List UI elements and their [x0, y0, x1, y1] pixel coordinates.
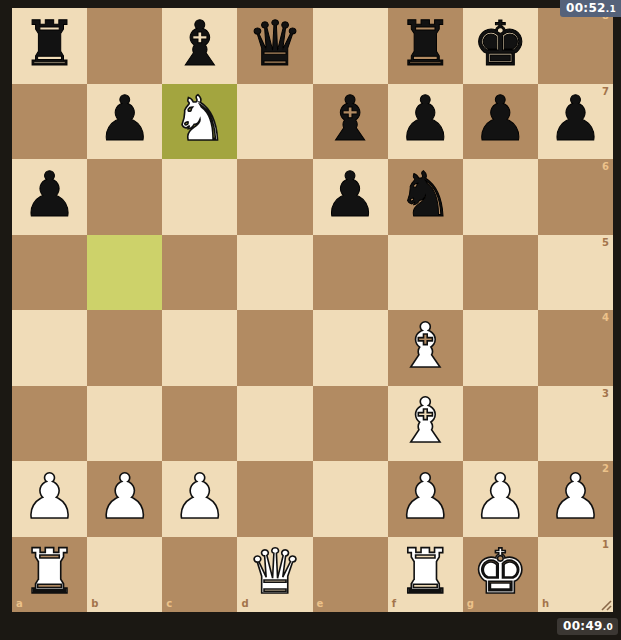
square-f8[interactable]: ♜ — [388, 8, 463, 84]
square-d8[interactable]: ♛ — [237, 8, 312, 84]
file-label-b: b — [91, 599, 98, 609]
piece-white-king[interactable]: ♚ — [473, 541, 529, 603]
square-f2[interactable]: ♟ — [388, 461, 463, 537]
square-a6[interactable]: ♟ — [12, 159, 87, 235]
square-b6[interactable] — [87, 159, 162, 235]
square-e4[interactable] — [313, 310, 388, 386]
piece-black-bishop[interactable]: ♝ — [172, 13, 228, 75]
square-b7[interactable]: ♟ — [87, 84, 162, 160]
square-d4[interactable] — [237, 310, 312, 386]
square-c7[interactable]: ♞ — [162, 84, 237, 160]
piece-white-pawn[interactable]: ♟ — [22, 466, 78, 528]
square-g3[interactable] — [463, 386, 538, 462]
square-b8[interactable] — [87, 8, 162, 84]
white-clock-time: 00:49 — [563, 619, 603, 633]
piece-white-pawn[interactable]: ♟ — [397, 466, 453, 528]
square-f5[interactable] — [388, 235, 463, 311]
piece-white-pawn[interactable]: ♟ — [172, 466, 228, 528]
square-d5[interactable] — [237, 235, 312, 311]
rank-label-6: 6 — [602, 162, 609, 172]
square-f4[interactable]: ♝ — [388, 310, 463, 386]
square-c8[interactable]: ♝ — [162, 8, 237, 84]
square-a2[interactable]: ♟ — [12, 461, 87, 537]
piece-white-rook[interactable]: ♜ — [22, 541, 78, 603]
square-c2[interactable]: ♟ — [162, 461, 237, 537]
square-e3[interactable] — [313, 386, 388, 462]
square-a8[interactable]: ♜ — [12, 8, 87, 84]
square-h5[interactable]: 5 — [538, 235, 613, 311]
piece-white-knight[interactable]: ♞ — [172, 88, 228, 150]
game-area: ♜♝♛♜♚8♟♞♝♟♟7♟♟♟♞65♝4♝3♟♟♟♟♟2♟a♜bcd♛ef♜g♚… — [0, 0, 621, 640]
file-label-c: c — [166, 599, 172, 609]
square-d3[interactable] — [237, 386, 312, 462]
piece-black-pawn[interactable]: ♟ — [22, 164, 78, 226]
square-g1[interactable]: g♚ — [463, 537, 538, 613]
square-b1[interactable]: b — [87, 537, 162, 613]
rank-label-4: 4 — [602, 313, 609, 323]
square-b3[interactable] — [87, 386, 162, 462]
piece-white-queen[interactable]: ♛ — [247, 541, 303, 603]
square-c3[interactable] — [162, 386, 237, 462]
file-label-e: e — [317, 599, 324, 609]
square-f3[interactable]: ♝ — [388, 386, 463, 462]
square-a1[interactable]: a♜ — [12, 537, 87, 613]
rank-label-1: 1 — [602, 540, 609, 550]
black-clock-time: 00:52 — [566, 1, 606, 15]
square-d7[interactable] — [237, 84, 312, 160]
square-h3[interactable]: 3 — [538, 386, 613, 462]
piece-white-bishop[interactable]: ♝ — [397, 315, 453, 377]
piece-black-rook[interactable]: ♜ — [22, 13, 78, 75]
square-b2[interactable]: ♟ — [87, 461, 162, 537]
piece-black-pawn[interactable]: ♟ — [548, 88, 604, 150]
file-label-h: h — [542, 599, 549, 609]
square-g2[interactable]: ♟ — [463, 461, 538, 537]
square-h6[interactable]: 6 — [538, 159, 613, 235]
square-g5[interactable] — [463, 235, 538, 311]
piece-black-queen[interactable]: ♛ — [247, 13, 303, 75]
square-e5[interactable] — [313, 235, 388, 311]
square-a5[interactable] — [12, 235, 87, 311]
square-f7[interactable]: ♟ — [388, 84, 463, 160]
piece-white-pawn[interactable]: ♟ — [97, 466, 153, 528]
square-h7[interactable]: 7♟ — [538, 84, 613, 160]
square-f6[interactable]: ♞ — [388, 159, 463, 235]
square-h2[interactable]: 2♟ — [538, 461, 613, 537]
piece-black-bishop[interactable]: ♝ — [322, 88, 378, 150]
square-g7[interactable]: ♟ — [463, 84, 538, 160]
square-b4[interactable] — [87, 310, 162, 386]
square-g4[interactable] — [463, 310, 538, 386]
square-h8[interactable]: 8 — [538, 8, 613, 84]
square-g6[interactable] — [463, 159, 538, 235]
square-e7[interactable]: ♝ — [313, 84, 388, 160]
piece-black-pawn[interactable]: ♟ — [322, 164, 378, 226]
square-a7[interactable] — [12, 84, 87, 160]
chess-board[interactable]: ♜♝♛♜♚8♟♞♝♟♟7♟♟♟♞65♝4♝3♟♟♟♟♟2♟a♜bcd♛ef♜g♚… — [12, 8, 613, 612]
square-c1[interactable]: c — [162, 537, 237, 613]
square-d2[interactable] — [237, 461, 312, 537]
square-d6[interactable] — [237, 159, 312, 235]
black-clock-tenths: .1 — [606, 4, 616, 14]
square-a4[interactable] — [12, 310, 87, 386]
piece-white-bishop[interactable]: ♝ — [397, 390, 453, 452]
square-e1[interactable]: e — [313, 537, 388, 613]
piece-black-pawn[interactable]: ♟ — [397, 88, 453, 150]
piece-black-pawn[interactable]: ♟ — [473, 88, 529, 150]
resize-handle-icon[interactable] — [598, 597, 612, 611]
square-c6[interactable] — [162, 159, 237, 235]
square-b5[interactable] — [87, 235, 162, 311]
square-d1[interactable]: d♛ — [237, 537, 312, 613]
square-e2[interactable] — [313, 461, 388, 537]
piece-black-knight[interactable]: ♞ — [397, 164, 453, 226]
rank-label-5: 5 — [602, 238, 609, 248]
piece-black-king[interactable]: ♚ — [473, 13, 529, 75]
piece-white-rook[interactable]: ♜ — [397, 541, 453, 603]
black-clock: 00:52.1 — [560, 0, 621, 17]
square-h4[interactable]: 4 — [538, 310, 613, 386]
square-c4[interactable] — [162, 310, 237, 386]
square-e8[interactable] — [313, 8, 388, 84]
square-a3[interactable] — [12, 386, 87, 462]
square-g8[interactable]: ♚ — [463, 8, 538, 84]
piece-white-pawn[interactable]: ♟ — [473, 466, 529, 528]
piece-white-pawn[interactable]: ♟ — [548, 466, 604, 528]
rank-label-3: 3 — [602, 389, 609, 399]
square-f1[interactable]: f♜ — [388, 537, 463, 613]
piece-black-pawn[interactable]: ♟ — [97, 88, 153, 150]
piece-black-rook[interactable]: ♜ — [397, 13, 453, 75]
square-c5[interactable] — [162, 235, 237, 311]
white-clock: 00:49.0 — [557, 618, 618, 635]
file-label-f: f — [392, 599, 396, 609]
square-e6[interactable]: ♟ — [313, 159, 388, 235]
white-clock-tenths: .0 — [603, 622, 613, 632]
